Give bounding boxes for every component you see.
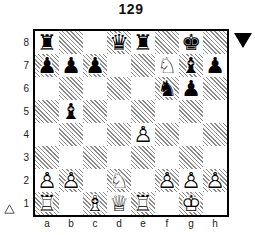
rank-label-8: 8 bbox=[14, 31, 29, 54]
square-a4[interactable] bbox=[35, 123, 59, 146]
piece-black-pawn: ♟ bbox=[59, 54, 83, 77]
square-f3[interactable] bbox=[155, 146, 179, 169]
square-e5[interactable] bbox=[131, 100, 155, 123]
square-h5[interactable] bbox=[203, 100, 227, 123]
piece-black-pawn: ♟ bbox=[35, 54, 59, 77]
square-f5[interactable] bbox=[155, 100, 179, 123]
square-h3[interactable] bbox=[203, 146, 227, 169]
square-d2[interactable]: ♞♘ bbox=[107, 169, 131, 192]
piece-white-rook: ♜♖ bbox=[35, 192, 59, 215]
square-f1[interactable] bbox=[155, 192, 179, 215]
square-d3[interactable] bbox=[107, 146, 131, 169]
piece-white-bishop: ♝♗ bbox=[83, 192, 107, 215]
piece-black-pawn: ♟ bbox=[203, 54, 227, 77]
square-f6[interactable]: ♞ bbox=[155, 77, 179, 100]
square-g6[interactable]: ♟ bbox=[179, 77, 203, 100]
square-b2[interactable]: ♟♙ bbox=[59, 169, 83, 192]
square-d4[interactable] bbox=[107, 123, 131, 146]
piece-white-pawn: ♟♙ bbox=[155, 169, 179, 192]
square-g4[interactable] bbox=[179, 123, 203, 146]
file-label-c: c bbox=[83, 218, 107, 230]
square-b1[interactable] bbox=[59, 192, 83, 215]
piece-black-rook: ♜ bbox=[35, 31, 59, 54]
piece-black-pawn: ♟ bbox=[179, 77, 203, 100]
file-label-b: b bbox=[59, 218, 83, 230]
square-e4[interactable]: ♟♙ bbox=[131, 123, 155, 146]
square-g5[interactable] bbox=[179, 100, 203, 123]
square-b7[interactable]: ♟ bbox=[59, 54, 83, 77]
rank-label-5: 5 bbox=[14, 100, 29, 123]
square-f4[interactable] bbox=[155, 123, 179, 146]
square-b6[interactable] bbox=[59, 77, 83, 100]
square-g3[interactable] bbox=[179, 146, 203, 169]
square-d6[interactable] bbox=[107, 77, 131, 100]
file-label-e: e bbox=[131, 218, 155, 230]
piece-white-pawn: ♟♙ bbox=[59, 169, 83, 192]
piece-black-bishop: ♝ bbox=[179, 54, 203, 77]
piece-black-king: ♚ bbox=[179, 31, 203, 54]
square-g2[interactable]: ♟♙ bbox=[179, 169, 203, 192]
file-label-g: g bbox=[179, 218, 203, 230]
diagram-number: 129 bbox=[33, 1, 229, 17]
piece-black-pawn: ♟ bbox=[83, 54, 107, 77]
piece-white-knight: ♞♘ bbox=[155, 54, 179, 77]
square-d8[interactable]: ♛ bbox=[107, 31, 131, 54]
rank-label-4: 4 bbox=[14, 123, 29, 146]
square-h6[interactable] bbox=[203, 77, 227, 100]
black-to-move-icon bbox=[234, 33, 252, 48]
chess-board: ♜♛♜♚♟♟♟♞♘♝♟♞♟♝♟♙♟♙♟♙♞♘♟♙♟♙♟♙♜♖♝♗♛♕♜♖♚♔ bbox=[33, 29, 229, 217]
square-e7[interactable] bbox=[131, 54, 155, 77]
square-c2[interactable] bbox=[83, 169, 107, 192]
rank-label-1: 1 bbox=[14, 192, 29, 215]
square-b4[interactable] bbox=[59, 123, 83, 146]
square-h4[interactable] bbox=[203, 123, 227, 146]
square-h8[interactable] bbox=[203, 31, 227, 54]
rank-label-7: 7 bbox=[14, 54, 29, 77]
file-label-f: f bbox=[155, 218, 179, 230]
piece-black-queen: ♛ bbox=[107, 31, 131, 54]
square-e8[interactable]: ♜ bbox=[131, 31, 155, 54]
piece-white-pawn: ♟♙ bbox=[35, 169, 59, 192]
square-d5[interactable] bbox=[107, 100, 131, 123]
file-label-d: d bbox=[107, 218, 131, 230]
square-h7[interactable]: ♟ bbox=[203, 54, 227, 77]
square-b5[interactable]: ♝ bbox=[59, 100, 83, 123]
square-e6[interactable] bbox=[131, 77, 155, 100]
square-c6[interactable] bbox=[83, 77, 107, 100]
square-a2[interactable]: ♟♙ bbox=[35, 169, 59, 192]
square-a1[interactable]: ♜♖ bbox=[35, 192, 59, 215]
rank-label-2: 2 bbox=[14, 169, 29, 192]
square-c7[interactable]: ♟ bbox=[83, 54, 107, 77]
square-f2[interactable]: ♟♙ bbox=[155, 169, 179, 192]
square-d1[interactable]: ♛♕ bbox=[107, 192, 131, 215]
square-h2[interactable]: ♟♙ bbox=[203, 169, 227, 192]
square-e3[interactable] bbox=[131, 146, 155, 169]
piece-white-king: ♚♔ bbox=[179, 192, 203, 215]
square-c4[interactable] bbox=[83, 123, 107, 146]
piece-white-pawn: ♟♙ bbox=[203, 169, 227, 192]
square-h1[interactable] bbox=[203, 192, 227, 215]
square-b8[interactable] bbox=[59, 31, 83, 54]
square-e1[interactable]: ♜♖ bbox=[131, 192, 155, 215]
square-a7[interactable]: ♟ bbox=[35, 54, 59, 77]
piece-black-knight: ♞ bbox=[155, 77, 179, 100]
file-labels: abcdefgh bbox=[35, 218, 227, 230]
square-c8[interactable] bbox=[83, 31, 107, 54]
rank-label-6: 6 bbox=[14, 77, 29, 100]
square-c5[interactable] bbox=[83, 100, 107, 123]
square-a8[interactable]: ♜ bbox=[35, 31, 59, 54]
piece-black-bishop: ♝ bbox=[59, 100, 83, 123]
square-a5[interactable] bbox=[35, 100, 59, 123]
square-d7[interactable] bbox=[107, 54, 131, 77]
file-label-a: a bbox=[35, 218, 59, 230]
rank-labels: 87654321 bbox=[14, 31, 29, 215]
square-g7[interactable]: ♝ bbox=[179, 54, 203, 77]
square-g1[interactable]: ♚♔ bbox=[179, 192, 203, 215]
square-g8[interactable]: ♚ bbox=[179, 31, 203, 54]
piece-white-pawn: ♟♙ bbox=[131, 123, 155, 146]
piece-white-queen: ♛♕ bbox=[107, 192, 131, 215]
square-b3[interactable] bbox=[59, 146, 83, 169]
square-c3[interactable] bbox=[83, 146, 107, 169]
piece-white-rook: ♜♖ bbox=[131, 192, 155, 215]
square-a3[interactable] bbox=[35, 146, 59, 169]
square-f8[interactable] bbox=[155, 31, 179, 54]
piece-white-knight: ♞♘ bbox=[107, 169, 131, 192]
square-f7[interactable]: ♞♘ bbox=[155, 54, 179, 77]
page-corner-triangle-icon bbox=[4, 204, 15, 214]
piece-black-rook: ♜ bbox=[131, 31, 155, 54]
square-c1[interactable]: ♝♗ bbox=[83, 192, 107, 215]
rank-label-3: 3 bbox=[14, 146, 29, 169]
square-a6[interactable] bbox=[35, 77, 59, 100]
piece-white-pawn: ♟♙ bbox=[179, 169, 203, 192]
square-e2[interactable] bbox=[131, 169, 155, 192]
file-label-h: h bbox=[203, 218, 227, 230]
